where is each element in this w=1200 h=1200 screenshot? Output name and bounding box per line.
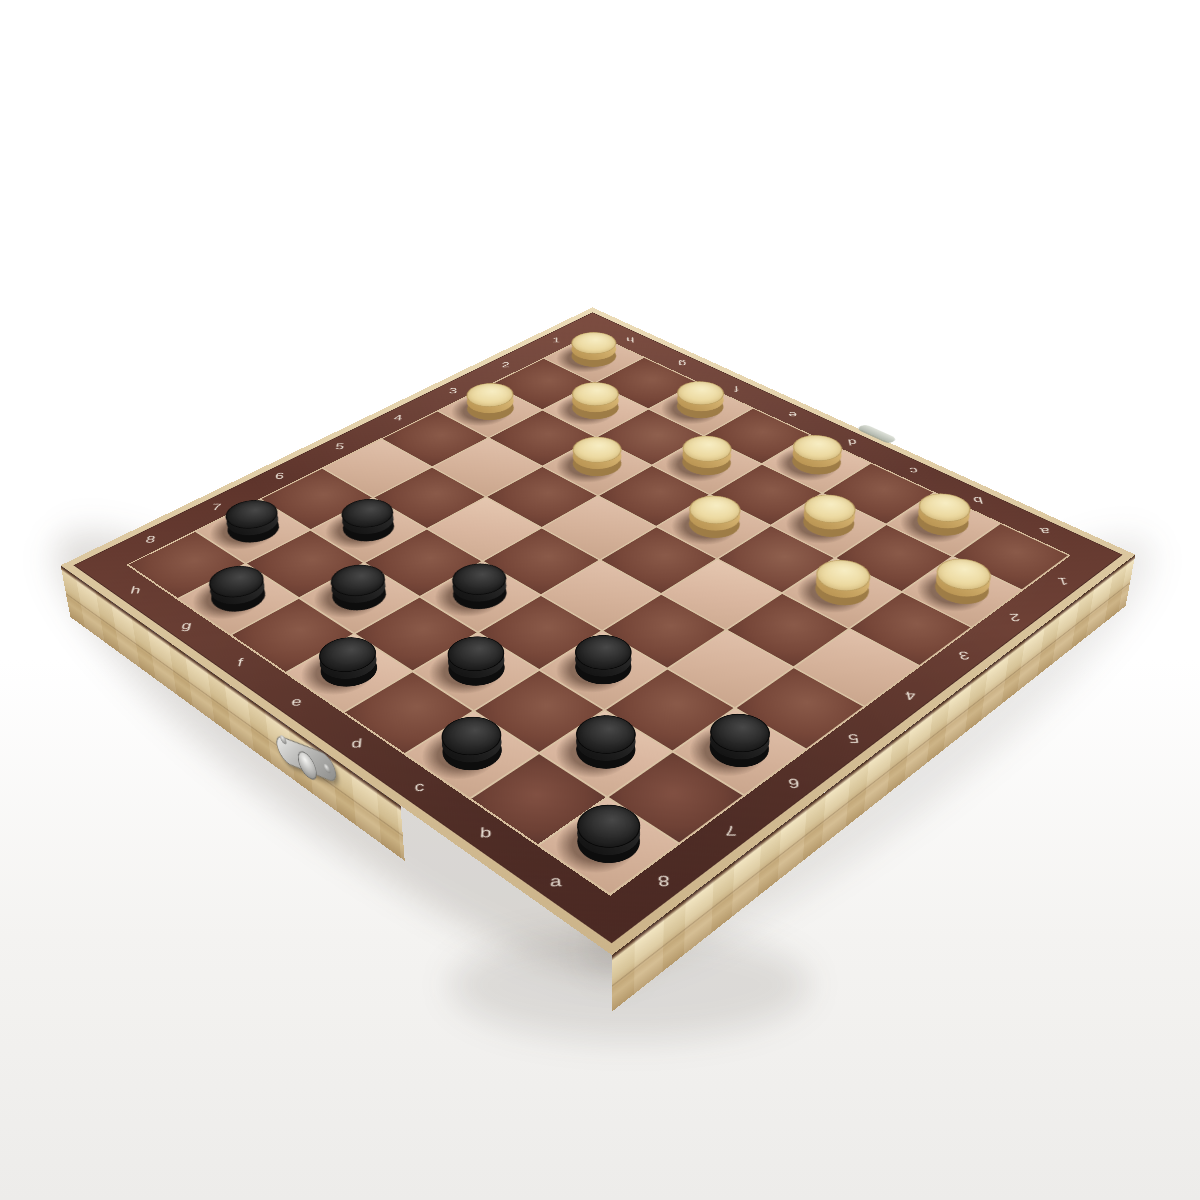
- black-checker-a6[interactable]: [698, 724, 781, 778]
- file-label-top-d: d: [847, 437, 858, 447]
- white-checker-f1[interactable]: [668, 392, 734, 426]
- black-checker-d7[interactable]: [437, 646, 516, 695]
- file-label-top-g: g: [678, 359, 687, 368]
- clasp-screw-icon: [280, 734, 287, 746]
- white-checker-g2[interactable]: [563, 393, 629, 427]
- rank-label-right-6: 6: [787, 775, 800, 791]
- white-checker-d3[interactable]: [678, 506, 750, 546]
- checkers-board: 11hh22gg33ff44ee55dd66cc77bb88aa: [61, 307, 1136, 955]
- rank-label-left-2: 2: [502, 361, 511, 370]
- white-checker-a2[interactable]: [924, 569, 999, 613]
- scene: 11hh22gg33ff44ee55dd66cc77bb88aa: [0, 0, 1200, 1200]
- black-checker-a8[interactable]: [564, 814, 652, 875]
- rank-label-left-1: 1: [553, 336, 561, 344]
- black-checker-h7[interactable]: [217, 511, 289, 551]
- black-checker-e8[interactable]: [309, 648, 389, 697]
- file-label-top-h: h: [626, 335, 634, 343]
- white-checker-c2[interactable]: [793, 505, 865, 545]
- black-checker-e6[interactable]: [443, 574, 518, 618]
- white-checker-e2[interactable]: [673, 446, 741, 483]
- board-top-face: 11hh22gg33ff44ee55dd66cc77bb88aa: [61, 307, 1136, 955]
- board-grid: [129, 334, 1068, 893]
- white-checker-b1[interactable]: [907, 504, 978, 544]
- white-checker-f3[interactable]: [563, 447, 632, 484]
- product-photo-background: 11hh22gg33ff44ee55dd66cc77bb88aa: [0, 0, 1200, 1200]
- white-checker-h1[interactable]: [562, 343, 625, 374]
- black-checker-g8[interactable]: [200, 576, 276, 621]
- black-checker-g6[interactable]: [333, 509, 405, 549]
- black-checker-c6[interactable]: [564, 645, 643, 694]
- white-checker-b3[interactable]: [804, 570, 879, 614]
- white-checker-h3[interactable]: [457, 394, 523, 428]
- black-checker-b7[interactable]: [564, 725, 648, 780]
- black-checker-c8[interactable]: [430, 727, 514, 782]
- rank-label-left-3: 3: [448, 387, 457, 396]
- white-checker-d1[interactable]: [782, 445, 850, 482]
- file-label-bottom-c: c: [414, 779, 425, 795]
